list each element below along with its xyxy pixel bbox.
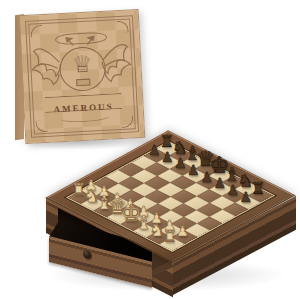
drawer-knob bbox=[83, 249, 91, 259]
product-photo: ♕ AMEROUS ♜♞♝♛♚♝♞♜♟♟♟♟♟♟♟♟♟♟♟♟♟♟♟♟♜♞♝♛♚♝… bbox=[0, 0, 300, 299]
chess-case: ♜♞♝♛♚♝♞♜♟♟♟♟♟♟♟♟♟♟♟♟♟♟♟♟♜♞♝♛♚♝♞♜ bbox=[0, 0, 300, 299]
square-h1: ♜ bbox=[159, 237, 185, 251]
piece-bP-h7: ♟ bbox=[232, 190, 260, 204]
piece-wR-h1: ♜ bbox=[156, 229, 184, 245]
